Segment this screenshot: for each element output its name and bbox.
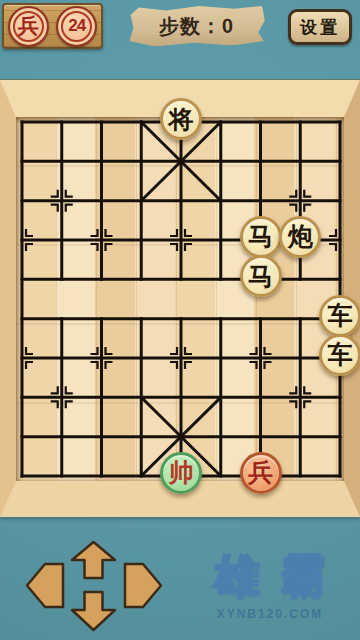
- level-number-badge: 24: [56, 6, 97, 47]
- settings-label: 设置: [300, 16, 340, 39]
- arrow-right-button[interactable]: [125, 564, 161, 607]
- direction-pad: [18, 536, 170, 638]
- piece-马[interactable]: 马: [240, 216, 282, 258]
- watermark: 雄霸 XYNB120.COM: [186, 554, 354, 621]
- piece-炮[interactable]: 炮: [279, 216, 321, 258]
- watermark-url: XYNB120.COM: [186, 607, 354, 621]
- watermark-char: 霸: [281, 554, 325, 598]
- level-piece-label: 兵: [18, 12, 39, 40]
- app-screen: 兵 24 步数：0 设置 将马炮马车车帅兵 雄霸 XYNB120.COM: [0, 0, 360, 640]
- settings-button[interactable]: 设置: [288, 9, 352, 45]
- piece-马[interactable]: 马: [240, 255, 282, 297]
- steps-banner: 步数：0: [128, 5, 266, 47]
- piece-车[interactable]: 车: [319, 295, 360, 337]
- piece-帅[interactable]: 帅: [160, 452, 202, 494]
- arrow-down-button[interactable]: [72, 592, 115, 630]
- level-number: 24: [68, 16, 85, 36]
- arrow-left-button[interactable]: [27, 564, 63, 607]
- piece-车[interactable]: 车: [319, 334, 360, 376]
- steps-label: 步数：0: [159, 12, 234, 40]
- watermark-char: 雄: [215, 554, 259, 598]
- level-plaque: 兵 24: [2, 3, 103, 49]
- piece-layer: 将马炮马车车帅兵: [16, 117, 344, 481]
- watermark-title: 雄霸: [186, 554, 354, 598]
- arrow-up-button[interactable]: [72, 542, 115, 578]
- piece-兵[interactable]: 兵: [240, 452, 282, 494]
- piece-将[interactable]: 将: [160, 98, 202, 140]
- level-piece-badge: 兵: [8, 6, 49, 47]
